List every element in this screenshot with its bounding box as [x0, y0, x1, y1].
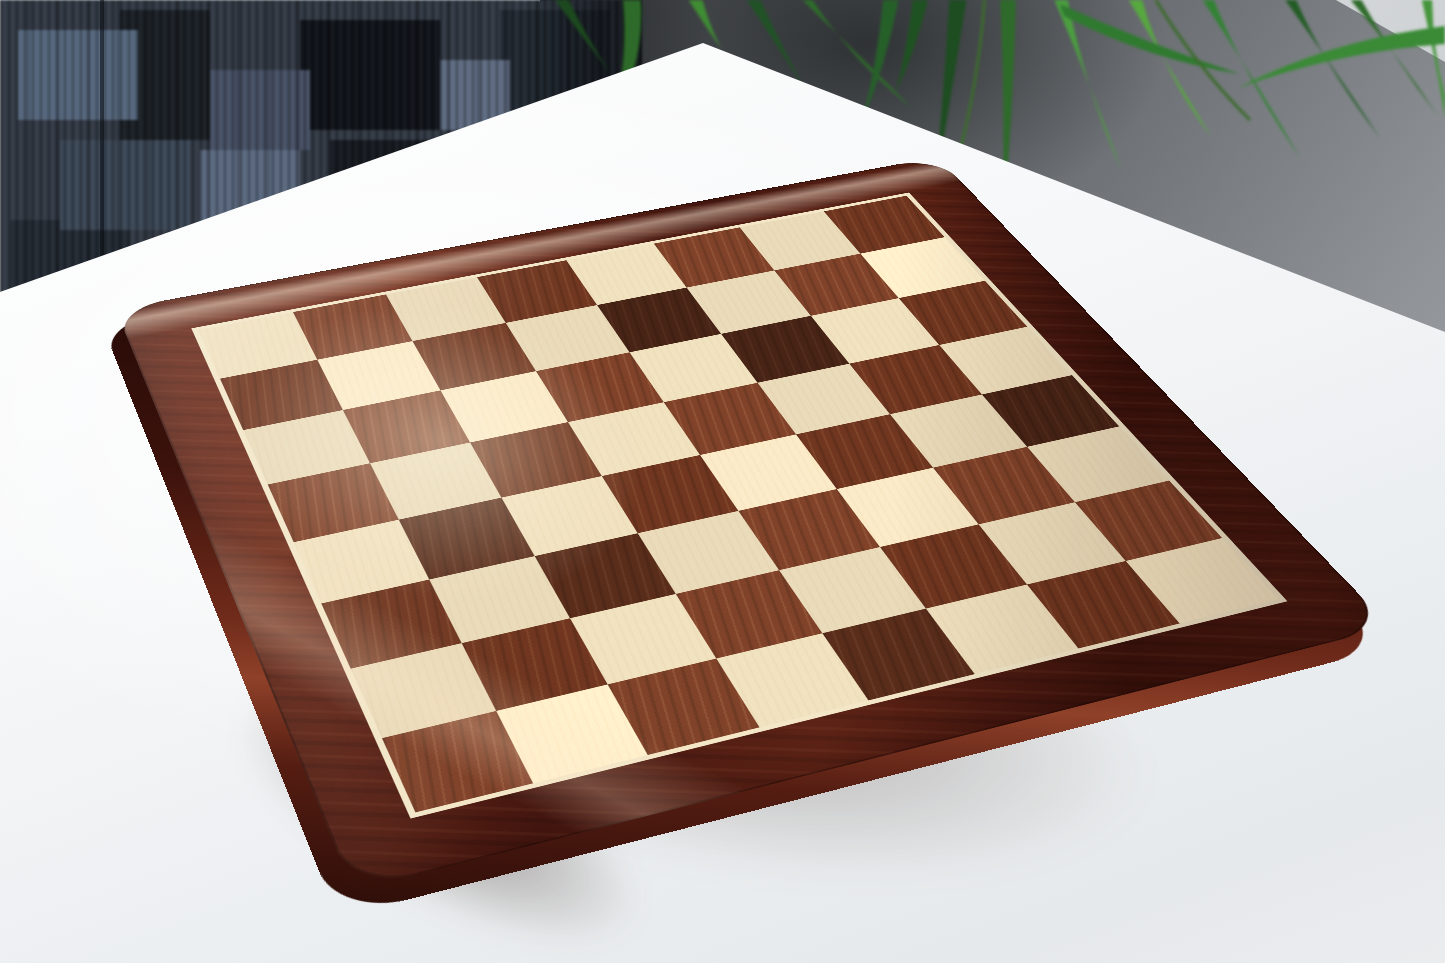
scene: [0, 0, 1445, 963]
